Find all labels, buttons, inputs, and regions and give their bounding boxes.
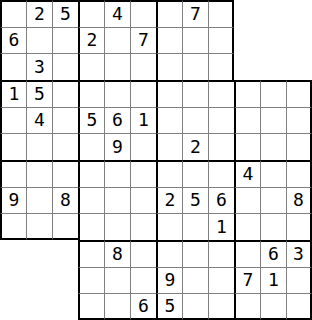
cell-r0c6[interactable] <box>156 0 182 27</box>
cell-r7c8[interactable]: 6 <box>208 187 234 214</box>
cell-r9c3[interactable] <box>78 240 104 267</box>
cell-r1c3[interactable]: 2 <box>78 27 104 54</box>
cell-r9c8[interactable] <box>208 240 234 267</box>
cell-r10c5[interactable] <box>130 267 156 294</box>
cell-r7c10[interactable] <box>260 187 286 214</box>
cell-r9c9[interactable] <box>234 240 260 267</box>
cell-r4c2[interactable] <box>52 107 78 134</box>
cell-r6c2[interactable] <box>52 160 78 187</box>
cell-r4c8[interactable] <box>208 107 234 134</box>
cell-r1c6[interactable] <box>156 27 182 54</box>
cell-r9c6[interactable] <box>156 240 182 267</box>
cell-r5c3[interactable] <box>78 133 104 160</box>
cell-r5c2[interactable] <box>52 133 78 160</box>
cell-r6c0[interactable] <box>0 160 26 187</box>
cell-r11c5[interactable]: 6 <box>130 293 156 320</box>
cell-r6c6[interactable] <box>156 160 182 187</box>
cell-r10c11[interactable] <box>286 267 312 294</box>
cell-r8c7[interactable] <box>182 213 208 240</box>
cell-r6c7[interactable] <box>182 160 208 187</box>
cell-r4c9[interactable] <box>234 107 260 134</box>
cell-r10c9[interactable]: 7 <box>234 267 260 294</box>
cell-r10c8[interactable] <box>208 267 234 294</box>
cell-r1c1[interactable] <box>26 27 52 54</box>
cell-r2c3[interactable] <box>78 53 104 80</box>
cell-r2c2[interactable] <box>52 53 78 80</box>
cell-r0c7[interactable]: 7 <box>182 0 208 27</box>
cell-r11c6[interactable]: 5 <box>156 293 182 320</box>
cell-r0c8[interactable] <box>208 0 234 27</box>
cell-r8c6[interactable] <box>156 213 182 240</box>
cell-r6c1[interactable] <box>26 160 52 187</box>
cell-r11c3[interactable] <box>78 293 104 320</box>
cell-r6c9[interactable]: 4 <box>234 160 260 187</box>
cell-r5c6[interactable] <box>156 133 182 160</box>
sudoku-board: 25476273154561924982568186397165 <box>0 0 312 320</box>
cell-r3c3[interactable] <box>78 80 104 107</box>
cell-r6c8[interactable] <box>208 160 234 187</box>
cell-r2c0[interactable] <box>0 53 26 80</box>
cell-r4c6[interactable] <box>156 107 182 134</box>
cell-r1c8[interactable] <box>208 27 234 54</box>
cell-r4c3[interactable]: 5 <box>78 107 104 134</box>
cell-r3c8[interactable] <box>208 80 234 107</box>
cell-r4c4[interactable]: 6 <box>104 107 130 134</box>
cell-r11c7[interactable] <box>182 293 208 320</box>
cell-r1c2[interactable] <box>52 27 78 54</box>
cell-r2c7[interactable] <box>182 53 208 80</box>
cell-r8c9[interactable] <box>234 213 260 240</box>
cell-r7c4[interactable] <box>104 187 130 214</box>
cell-r8c11[interactable] <box>286 213 312 240</box>
cell-r8c1[interactable] <box>26 213 52 240</box>
cell-r3c10[interactable] <box>260 80 286 107</box>
cell-r5c1[interactable] <box>26 133 52 160</box>
cell-r4c11[interactable] <box>286 107 312 134</box>
cell-r6c5[interactable] <box>130 160 156 187</box>
cell-r6c10[interactable] <box>260 160 286 187</box>
cell-r5c9[interactable] <box>234 133 260 160</box>
cell-r4c7[interactable] <box>182 107 208 134</box>
cell-r5c5[interactable] <box>130 133 156 160</box>
cell-r5c7[interactable]: 2 <box>182 133 208 160</box>
cell-r10c7[interactable] <box>182 267 208 294</box>
cell-r2c4[interactable] <box>104 53 130 80</box>
cell-r5c0[interactable] <box>0 133 26 160</box>
cell-r7c11[interactable]: 8 <box>286 187 312 214</box>
cell-r8c4[interactable] <box>104 213 130 240</box>
cell-r3c6[interactable] <box>156 80 182 107</box>
cell-r1c4[interactable] <box>104 27 130 54</box>
cell-r0c5[interactable] <box>130 0 156 27</box>
cell-r7c9[interactable] <box>234 187 260 214</box>
cell-r10c6[interactable]: 9 <box>156 267 182 294</box>
cell-r8c3[interactable] <box>78 213 104 240</box>
cell-r5c8[interactable] <box>208 133 234 160</box>
cell-r1c7[interactable] <box>182 27 208 54</box>
cell-r0c4[interactable]: 4 <box>104 0 130 27</box>
cell-r2c8[interactable] <box>208 53 234 80</box>
cell-r9c4[interactable]: 8 <box>104 240 130 267</box>
cell-r10c10[interactable]: 1 <box>260 267 286 294</box>
cell-r10c4[interactable] <box>104 267 130 294</box>
cell-r11c4[interactable] <box>104 293 130 320</box>
cell-r11c11[interactable] <box>286 293 312 320</box>
cell-r0c2[interactable]: 5 <box>52 0 78 27</box>
cell-r8c2[interactable] <box>52 213 78 240</box>
cell-r7c2[interactable]: 8 <box>52 187 78 214</box>
cell-r8c10[interactable] <box>260 213 286 240</box>
cell-r11c8[interactable] <box>208 293 234 320</box>
cell-r3c4[interactable] <box>104 80 130 107</box>
cell-r6c3[interactable] <box>78 160 104 187</box>
cell-r5c10[interactable] <box>260 133 286 160</box>
cell-r1c0[interactable]: 6 <box>0 27 26 54</box>
cell-r10c3[interactable] <box>78 267 104 294</box>
cell-r9c7[interactable] <box>182 240 208 267</box>
cell-r5c4[interactable]: 9 <box>104 133 130 160</box>
cell-r6c11[interactable] <box>286 160 312 187</box>
cell-r11c9[interactable] <box>234 293 260 320</box>
cell-r3c1[interactable]: 5 <box>26 80 52 107</box>
cell-r4c0[interactable] <box>0 107 26 134</box>
cell-r8c5[interactable] <box>130 213 156 240</box>
cell-r3c11[interactable] <box>286 80 312 107</box>
cell-r6c4[interactable] <box>104 160 130 187</box>
cell-r3c7[interactable] <box>182 80 208 107</box>
cell-r11c10[interactable] <box>260 293 286 320</box>
cell-r5c11[interactable] <box>286 133 312 160</box>
cell-r3c5[interactable] <box>130 80 156 107</box>
cell-r7c3[interactable] <box>78 187 104 214</box>
cell-r4c1[interactable]: 4 <box>26 107 52 134</box>
cell-r1c5[interactable]: 7 <box>130 27 156 54</box>
cell-r0c0[interactable] <box>0 0 26 27</box>
cell-r7c7[interactable]: 5 <box>182 187 208 214</box>
cell-r3c9[interactable] <box>234 80 260 107</box>
cell-r9c10[interactable]: 6 <box>260 240 286 267</box>
cell-r2c5[interactable] <box>130 53 156 80</box>
cell-r4c10[interactable] <box>260 107 286 134</box>
cell-r3c0[interactable]: 1 <box>0 80 26 107</box>
cell-r9c5[interactable] <box>130 240 156 267</box>
cell-r2c1[interactable]: 3 <box>26 53 52 80</box>
cell-r9c11[interactable]: 3 <box>286 240 312 267</box>
cell-r7c5[interactable] <box>130 187 156 214</box>
cell-r2c6[interactable] <box>156 53 182 80</box>
cell-r8c0[interactable] <box>0 213 26 240</box>
cell-r0c1[interactable]: 2 <box>26 0 52 27</box>
cell-r0c3[interactable] <box>78 0 104 27</box>
cell-r7c6[interactable]: 2 <box>156 187 182 214</box>
cell-r7c1[interactable] <box>26 187 52 214</box>
cell-r8c8[interactable]: 1 <box>208 213 234 240</box>
cell-r7c0[interactable]: 9 <box>0 187 26 214</box>
cell-r3c2[interactable] <box>52 80 78 107</box>
cell-r4c5[interactable]: 1 <box>130 107 156 134</box>
